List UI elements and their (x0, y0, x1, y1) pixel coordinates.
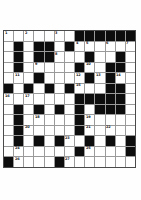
cell-r5c6-white[interactable] (55, 73, 64, 83)
cell-r10c9-white[interactable]: 21 (85, 126, 94, 136)
cell-r7c6-white[interactable] (55, 94, 64, 104)
cell-r3c3-white[interactable] (24, 52, 33, 62)
cell-r2c7-black (65, 42, 74, 52)
cell-r4c12-black (116, 63, 125, 73)
cell-r13c13-white[interactable] (126, 157, 135, 167)
clue-number-1: 1 (5, 31, 7, 34)
cell-r7c11-black (106, 94, 115, 104)
cell-r7c7-white[interactable] (65, 94, 74, 104)
cell-r1c3-white[interactable]: 2 (24, 31, 33, 41)
clue-number-19: 19 (86, 115, 90, 118)
clue-number-13: 13 (96, 73, 100, 76)
cell-r5c7-white[interactable] (65, 73, 74, 83)
cell-r9c4-white[interactable]: 18 (34, 115, 43, 125)
cell-r3c8-white[interactable] (75, 52, 84, 62)
cell-r2c2-black (14, 42, 23, 52)
cell-r11c4-black (34, 136, 43, 146)
cell-r12c2-white[interactable]: 24 (14, 147, 23, 157)
cell-r1c7-white[interactable] (65, 31, 74, 41)
cell-r8c6-black (55, 105, 64, 115)
clue-number-4: 4 (76, 41, 78, 44)
cell-r1c10-black (95, 31, 104, 41)
cell-r13c10-white[interactable] (95, 157, 104, 167)
cell-r6c8-white[interactable]: 15 (75, 84, 84, 94)
cell-r5c1-white[interactable] (4, 73, 13, 83)
cell-r7c10-black (95, 94, 104, 104)
cell-r13c3-white[interactable] (24, 157, 33, 167)
cell-r3c5-black (45, 52, 54, 62)
cell-r13c11-white[interactable] (106, 157, 115, 167)
cell-r7c2-white[interactable] (14, 94, 23, 104)
cell-r6c3-black (24, 84, 33, 94)
cell-r5c3-white[interactable] (24, 73, 33, 83)
clue-number-5: 5 (86, 41, 88, 44)
cell-r13c6-black (55, 157, 64, 167)
cell-r3c11-white[interactable] (106, 52, 115, 62)
cell-r5c5-white[interactable] (45, 73, 54, 83)
cell-r10c5-white[interactable] (45, 126, 54, 136)
cell-r4c1-white[interactable] (4, 63, 13, 73)
cell-r11c8-white[interactable] (75, 136, 84, 146)
cell-r5c13-white[interactable] (126, 73, 135, 83)
cell-r6c6-white[interactable] (55, 84, 64, 94)
cell-r12c7-white[interactable] (65, 147, 74, 157)
cell-r6c4-white[interactable] (34, 84, 43, 94)
cell-r7c1-white[interactable]: 16 (4, 94, 13, 104)
cell-r8c13-white[interactable] (126, 105, 135, 115)
cell-r10c13-white[interactable] (126, 126, 135, 136)
cell-r8c1-white[interactable] (4, 105, 13, 115)
cell-r7c4-white[interactable] (34, 94, 43, 104)
cell-r12c4-white[interactable] (34, 147, 43, 157)
cell-r2c4-black (34, 42, 43, 52)
cell-r3c12-black (116, 52, 125, 62)
cell-r8c3-white[interactable] (24, 105, 33, 115)
cell-r6c1-black (4, 84, 13, 94)
cell-r2c3-white[interactable] (24, 42, 33, 52)
cell-r6c10-white[interactable] (95, 84, 104, 94)
cell-r3c2-black (14, 52, 23, 62)
cell-r2c10-white[interactable] (95, 42, 104, 52)
cell-r2c9-white[interactable]: 5 (85, 42, 94, 52)
cell-r13c2-white[interactable]: 26 (14, 157, 23, 167)
cell-r3c13-white[interactable] (126, 52, 135, 62)
cell-r6c12-black (116, 84, 125, 94)
cell-r10c6-white[interactable] (55, 126, 64, 136)
crossword-grid: 1234567891011121314151617181920212223242… (3, 30, 136, 168)
cell-r1c9-black (85, 31, 94, 41)
cell-r8c5-white[interactable] (45, 105, 54, 115)
clue-number-10: 10 (86, 62, 90, 65)
cell-r4c13-white[interactable] (126, 63, 135, 73)
cell-r11c7-white[interactable]: 23 (65, 136, 74, 146)
cell-r10c12-white[interactable] (116, 126, 125, 136)
cell-r11c3-white[interactable] (24, 136, 33, 146)
cell-r8c10-black (95, 105, 104, 115)
cell-r5c2-white[interactable]: 11 (14, 73, 23, 83)
clue-number-8: 8 (55, 52, 57, 55)
cell-r4c5-white[interactable] (45, 63, 54, 73)
clue-number-26: 26 (15, 157, 19, 160)
clue-number-12: 12 (76, 73, 80, 76)
cell-r2c6-white[interactable] (55, 42, 64, 52)
cell-r8c8-black (75, 105, 84, 115)
clue-number-25: 25 (86, 146, 90, 149)
cell-r9c12-white[interactable] (116, 115, 125, 125)
cell-r5c12-white[interactable]: 14 (116, 73, 125, 83)
cell-r12c12-white[interactable] (116, 147, 125, 157)
cell-r6c5-black (45, 84, 54, 94)
cell-r2c5-black (45, 42, 54, 52)
cell-r13c12-white[interactable] (116, 157, 125, 167)
cell-r13c7-white[interactable]: 27 (65, 157, 74, 167)
cell-r8c7-white[interactable] (65, 105, 74, 115)
clue-number-14: 14 (116, 73, 120, 76)
cell-r1c12-black (116, 31, 125, 41)
cell-r12c9-white[interactable]: 25 (85, 147, 94, 157)
cell-r9c5-white[interactable] (45, 115, 54, 125)
cell-r7c3-white[interactable]: 17 (24, 94, 33, 104)
cell-r11c11-black (106, 136, 115, 146)
cell-r10c1-white[interactable] (4, 126, 13, 136)
cell-r8c11-black (106, 105, 115, 115)
cell-r7c12-black (116, 94, 125, 104)
cell-r1c5-white[interactable] (45, 31, 54, 41)
cell-r8c12-black (116, 105, 125, 115)
cell-r2c8-white[interactable]: 4 (75, 42, 84, 52)
cell-r3c4-black (34, 52, 43, 62)
cell-r6c13-white[interactable] (126, 84, 135, 94)
cell-r9c3-white[interactable] (24, 115, 33, 125)
cell-r12c3-white[interactable] (24, 147, 33, 157)
cell-r2c13-white[interactable]: 7 (126, 42, 135, 52)
cell-r11c5-white[interactable] (45, 136, 54, 146)
clue-number-2: 2 (25, 31, 27, 34)
cell-r10c3-white[interactable]: 20 (24, 126, 33, 136)
cell-r10c7-white[interactable] (65, 126, 74, 136)
cell-r6c7-black (65, 84, 74, 94)
clue-number-11: 11 (15, 73, 19, 76)
cell-r4c3-white[interactable] (24, 63, 33, 73)
cell-r5c8-white[interactable]: 12 (75, 73, 84, 83)
cell-r11c6-black (55, 136, 64, 146)
clue-number-3: 3 (55, 31, 57, 34)
cell-r8c2-black (14, 105, 23, 115)
cell-r9c13-white[interactable] (126, 115, 135, 125)
clue-number-17: 17 (25, 94, 29, 97)
cell-r13c1-black (4, 157, 13, 167)
cell-r9c9-white[interactable]: 19 (85, 115, 94, 125)
cell-r13c4-white[interactable] (34, 157, 43, 167)
clue-number-9: 9 (35, 62, 37, 65)
cell-r13c9-white[interactable] (85, 157, 94, 167)
cell-r12c8-black (75, 147, 84, 157)
clue-number-23: 23 (65, 136, 69, 139)
cell-r12c13-black (126, 147, 135, 157)
cell-r4c6-white[interactable] (55, 63, 64, 73)
cell-r2c11-white[interactable]: 6 (106, 42, 115, 52)
cell-r1c2-white[interactable] (14, 31, 23, 41)
cell-r5c10-white[interactable]: 13 (95, 73, 104, 83)
cell-r2c1-white[interactable] (4, 42, 13, 52)
cell-r2c12-white[interactable] (116, 42, 125, 52)
cell-r12c1-white[interactable] (4, 147, 13, 157)
cell-r9c6-white[interactable] (55, 115, 64, 125)
cell-r13c5-white[interactable] (45, 157, 54, 167)
cell-r1c11-black (106, 31, 115, 41)
cell-r6c2-white[interactable] (14, 84, 23, 94)
clue-number-6: 6 (106, 41, 108, 44)
clue-number-24: 24 (15, 146, 19, 149)
cell-r10c2-black (14, 126, 23, 136)
cell-r4c2-black (14, 63, 23, 73)
cell-r13c8-white[interactable] (75, 157, 84, 167)
cell-r7c9-black (85, 94, 94, 104)
cell-r1c6-white[interactable]: 3 (55, 31, 64, 41)
cell-r7c8-black (75, 94, 84, 104)
cell-r4c8-black (75, 63, 84, 73)
cell-r9c2-black (14, 115, 23, 125)
cell-r9c10-white[interactable] (95, 115, 104, 125)
cell-r8c9-white[interactable] (85, 105, 94, 115)
cell-r1c13-black (126, 31, 135, 41)
cell-r3c9-black (85, 52, 94, 62)
cell-r8c4-black (34, 105, 43, 115)
cell-r10c11-white[interactable]: 22 (106, 126, 115, 136)
clue-number-27: 27 (65, 157, 69, 160)
cell-r10c4-white[interactable] (34, 126, 43, 136)
cell-r3c6-white[interactable]: 8 (55, 52, 64, 62)
cell-r9c1-white[interactable] (4, 115, 13, 125)
cell-r10c10-white[interactable] (95, 126, 104, 136)
clue-number-7: 7 (126, 41, 128, 44)
cell-r3c7-white[interactable] (65, 52, 74, 62)
cell-r6c9-white[interactable] (85, 84, 94, 94)
cell-r12c10-white[interactable] (95, 147, 104, 157)
crossword-page: 1234567891011121314151617181920212223242… (0, 0, 141, 200)
cell-r11c10-white[interactable] (95, 136, 104, 146)
cell-r4c9-white[interactable]: 10 (85, 63, 94, 73)
clue-number-16: 16 (5, 94, 9, 97)
cell-r3c10-white[interactable] (95, 52, 104, 62)
cell-r3c1-white[interactable] (4, 52, 13, 62)
clue-number-22: 22 (106, 125, 110, 128)
cell-r11c1-white[interactable] (4, 136, 13, 146)
clue-number-21: 21 (86, 125, 90, 128)
cell-r10c8-black (75, 126, 84, 136)
cell-r1c8-black (75, 31, 84, 41)
cell-r9c8-black (75, 115, 84, 125)
cell-r1c1-white[interactable]: 1 (4, 31, 13, 41)
cell-r6c11-black (106, 84, 115, 94)
clue-number-20: 20 (25, 125, 29, 128)
cell-r12c5-white[interactable] (45, 147, 54, 157)
clue-number-15: 15 (76, 83, 80, 86)
cell-r4c4-white[interactable]: 9 (34, 63, 43, 73)
cell-r12c6-white[interactable] (55, 147, 64, 157)
cell-r4c7-white[interactable] (65, 63, 74, 73)
clue-number-18: 18 (35, 115, 39, 118)
cell-r4c11-black (106, 63, 115, 73)
cell-r5c11-black (106, 73, 115, 83)
cell-r7c13-white[interactable] (126, 94, 135, 104)
cell-r9c11-white[interactable] (106, 115, 115, 125)
cell-r1c4-white[interactable] (34, 31, 43, 41)
cell-r5c4-black (34, 73, 43, 83)
cell-r9c7-white[interactable] (65, 115, 74, 125)
cell-r11c13-black (126, 136, 135, 146)
cell-r11c12-white[interactable] (116, 136, 125, 146)
cell-r12c11-white[interactable] (106, 147, 115, 157)
cell-r7c5-white[interactable] (45, 94, 54, 104)
cell-r4c10-white[interactable] (95, 63, 104, 73)
cell-r5c9-black (85, 73, 94, 83)
